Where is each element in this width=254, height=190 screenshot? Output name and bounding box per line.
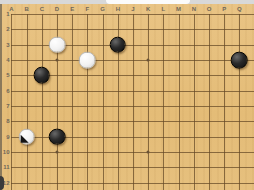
column-label-N: N	[192, 6, 196, 12]
column-label-B: B	[24, 6, 28, 12]
row-label-9: 9	[6, 134, 9, 140]
row-label-2: 2	[6, 26, 9, 32]
grid-vline-M	[179, 14, 180, 190]
grid-hline-1	[11, 14, 254, 15]
black-stone-D9	[49, 128, 66, 145]
grid-hline-6	[11, 91, 254, 92]
column-label-O: O	[207, 6, 212, 12]
white-stone-F4	[79, 52, 96, 69]
left-edge-shade	[0, 4, 2, 190]
grid-vline-L	[163, 14, 164, 190]
go-app-screen: ABCDEFGHJKLMNOPQ123456789101112	[0, 0, 254, 190]
black-stone-H3	[110, 36, 127, 53]
column-label-J: J	[131, 6, 134, 12]
star-point-D10	[56, 150, 59, 153]
star-point-D4	[56, 58, 59, 61]
column-label-D: D	[55, 6, 59, 12]
grid-vline-E	[72, 14, 73, 190]
row-label-8: 8	[6, 118, 9, 124]
grid-vline-B	[27, 14, 28, 190]
row-label-10: 10	[3, 149, 10, 155]
column-label-E: E	[70, 6, 74, 12]
column-label-C: C	[40, 6, 44, 12]
row-label-11: 11	[3, 164, 9, 170]
white-stone-D3	[49, 36, 66, 53]
star-point-K4	[147, 58, 150, 61]
black-stone-C5	[34, 67, 51, 84]
row-label-1: 1	[6, 11, 9, 17]
column-label-F: F	[86, 6, 90, 12]
column-label-L: L	[162, 6, 166, 12]
black-stone-Q4	[231, 52, 248, 69]
grid-vline-C	[42, 14, 43, 190]
grid-hline-11	[11, 167, 254, 168]
grid-vline-A	[11, 14, 12, 190]
column-label-A: A	[9, 6, 13, 12]
grid-vline-P	[224, 14, 225, 190]
row-label-3: 3	[6, 42, 9, 48]
grid-hline-4	[11, 60, 254, 61]
top-card-edge	[106, 0, 190, 4]
grid-vline-G	[103, 14, 104, 190]
white-stone-B9	[18, 128, 35, 145]
row-label-4: 4	[6, 57, 9, 63]
grid-vline-Q	[239, 14, 240, 190]
grid-hline-12	[11, 183, 254, 184]
last-move-triangle-marker	[21, 135, 29, 143]
column-label-Q: Q	[237, 6, 242, 12]
grid-hline-7	[11, 106, 254, 107]
row-label-6: 6	[6, 88, 9, 94]
grid-hline-2	[11, 29, 254, 30]
grid-vline-K	[148, 14, 149, 190]
column-label-K: K	[146, 6, 150, 12]
row-label-7: 7	[6, 103, 9, 109]
row-label-5: 5	[6, 72, 9, 78]
grid-vline-N	[194, 14, 195, 190]
column-label-M: M	[176, 6, 181, 12]
grid-hline-8	[11, 121, 254, 122]
column-label-H: H	[116, 6, 120, 12]
column-label-P: P	[222, 6, 226, 12]
grid-vline-O	[209, 14, 210, 190]
star-point-K10	[147, 150, 150, 153]
bottom-left-corner-element	[0, 176, 4, 190]
go-board[interactable]: ABCDEFGHJKLMNOPQ123456789101112	[0, 0, 254, 190]
column-label-G: G	[100, 6, 105, 12]
grid-vline-F	[87, 14, 88, 190]
grid-vline-J	[133, 14, 134, 190]
grid-hline-10	[11, 152, 254, 153]
